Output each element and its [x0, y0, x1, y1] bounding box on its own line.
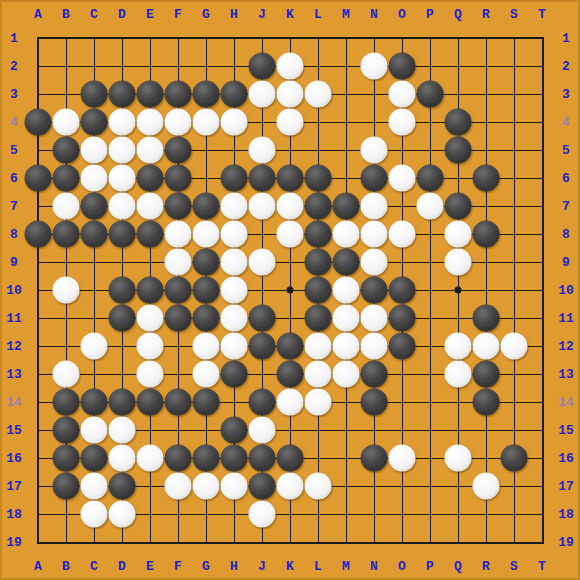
black-stone-D14 — [109, 389, 136, 416]
row-label-left-5: 5 — [10, 144, 18, 157]
black-stone-K12 — [277, 333, 304, 360]
col-label-top-C: C — [90, 8, 98, 21]
white-stone-Q12 — [445, 333, 472, 360]
white-stone-J7 — [249, 193, 276, 220]
black-stone-O2 — [389, 53, 416, 80]
black-stone-C16 — [81, 445, 108, 472]
row-label-left-15: 15 — [6, 424, 22, 437]
col-label-top-S: S — [510, 8, 518, 21]
white-stone-D16 — [109, 445, 136, 472]
row-label-left-18: 18 — [6, 508, 22, 521]
white-stone-H8 — [221, 221, 248, 248]
black-stone-D10 — [109, 277, 136, 304]
white-stone-O16 — [389, 445, 416, 472]
white-stone-E11 — [137, 305, 164, 332]
row-label-left-17: 17 — [6, 480, 22, 493]
white-stone-J18 — [249, 501, 276, 528]
black-stone-Q4 — [445, 109, 472, 136]
black-stone-M7 — [333, 193, 360, 220]
white-stone-R12 — [473, 333, 500, 360]
black-stone-D3 — [109, 81, 136, 108]
col-label-top-K: K — [286, 8, 294, 21]
black-stone-B17 — [53, 473, 80, 500]
black-stone-O11 — [389, 305, 416, 332]
black-stone-Q7 — [445, 193, 472, 220]
white-stone-H9 — [221, 249, 248, 276]
black-stone-A6 — [25, 165, 52, 192]
black-stone-G10 — [193, 277, 220, 304]
white-stone-E7 — [137, 193, 164, 220]
col-label-bottom-E: E — [146, 560, 154, 573]
black-stone-M9 — [333, 249, 360, 276]
white-stone-J3 — [249, 81, 276, 108]
white-stone-Q8 — [445, 221, 472, 248]
row-label-left-12: 12 — [6, 340, 22, 353]
black-stone-A8 — [25, 221, 52, 248]
black-stone-C4 — [81, 109, 108, 136]
white-stone-G12 — [193, 333, 220, 360]
row-label-right-7: 7 — [562, 200, 570, 213]
white-stone-M8 — [333, 221, 360, 248]
row-label-left-1: 1 — [10, 32, 18, 45]
black-stone-J12 — [249, 333, 276, 360]
star-point-K10 — [287, 287, 294, 294]
row-label-left-19: 19 — [6, 536, 22, 549]
black-stone-L6 — [305, 165, 332, 192]
white-stone-K14 — [277, 389, 304, 416]
row-label-right-4: 4 — [562, 116, 570, 129]
white-stone-H7 — [221, 193, 248, 220]
row-label-right-5: 5 — [562, 144, 570, 157]
row-label-left-7: 7 — [10, 200, 18, 213]
col-label-top-M: M — [342, 8, 350, 21]
black-stone-J14 — [249, 389, 276, 416]
col-label-bottom-G: G — [202, 560, 210, 573]
black-stone-H6 — [221, 165, 248, 192]
white-stone-N2 — [361, 53, 388, 80]
black-stone-F16 — [165, 445, 192, 472]
col-label-top-B: B — [62, 8, 70, 21]
white-stone-Q16 — [445, 445, 472, 472]
black-stone-N10 — [361, 277, 388, 304]
white-stone-S12 — [501, 333, 528, 360]
white-stone-M12 — [333, 333, 360, 360]
black-stone-C14 — [81, 389, 108, 416]
white-stone-O8 — [389, 221, 416, 248]
black-stone-E3 — [137, 81, 164, 108]
col-label-top-F: F — [174, 8, 182, 21]
black-stone-R8 — [473, 221, 500, 248]
black-stone-H3 — [221, 81, 248, 108]
black-stone-B15 — [53, 417, 80, 444]
black-stone-J2 — [249, 53, 276, 80]
white-stone-D18 — [109, 501, 136, 528]
black-stone-N6 — [361, 165, 388, 192]
col-label-bottom-O: O — [398, 560, 406, 573]
white-stone-B7 — [53, 193, 80, 220]
white-stone-H12 — [221, 333, 248, 360]
col-label-top-P: P — [426, 8, 434, 21]
white-stone-L3 — [305, 81, 332, 108]
col-label-bottom-L: L — [314, 560, 322, 573]
white-stone-C18 — [81, 501, 108, 528]
white-stone-D15 — [109, 417, 136, 444]
black-stone-J17 — [249, 473, 276, 500]
black-stone-L11 — [305, 305, 332, 332]
white-stone-B10 — [53, 277, 80, 304]
col-label-bottom-B: B — [62, 560, 70, 573]
row-label-left-14: 14 — [6, 396, 22, 409]
black-stone-K6 — [277, 165, 304, 192]
black-stone-O10 — [389, 277, 416, 304]
black-stone-R13 — [473, 361, 500, 388]
black-stone-Q5 — [445, 137, 472, 164]
white-stone-H4 — [221, 109, 248, 136]
black-stone-N16 — [361, 445, 388, 472]
black-stone-F5 — [165, 137, 192, 164]
black-stone-N14 — [361, 389, 388, 416]
black-stone-R14 — [473, 389, 500, 416]
row-label-left-13: 13 — [6, 368, 22, 381]
white-stone-D4 — [109, 109, 136, 136]
white-stone-H10 — [221, 277, 248, 304]
black-stone-F3 — [165, 81, 192, 108]
white-stone-C15 — [81, 417, 108, 444]
black-stone-H15 — [221, 417, 248, 444]
col-label-top-E: E — [146, 8, 154, 21]
white-stone-E13 — [137, 361, 164, 388]
black-stone-J16 — [249, 445, 276, 472]
row-label-left-3: 3 — [10, 88, 18, 101]
black-stone-P6 — [417, 165, 444, 192]
black-stone-J6 — [249, 165, 276, 192]
col-label-top-R: R — [482, 8, 490, 21]
col-label-bottom-Q: Q — [454, 560, 462, 573]
col-label-bottom-F: F — [174, 560, 182, 573]
col-label-bottom-N: N — [370, 560, 378, 573]
white-stone-J15 — [249, 417, 276, 444]
black-stone-J11 — [249, 305, 276, 332]
white-stone-N9 — [361, 249, 388, 276]
row-label-right-6: 6 — [562, 172, 570, 185]
black-stone-C8 — [81, 221, 108, 248]
white-stone-B4 — [53, 109, 80, 136]
col-label-bottom-K: K — [286, 560, 294, 573]
white-stone-C5 — [81, 137, 108, 164]
black-stone-B16 — [53, 445, 80, 472]
black-stone-P3 — [417, 81, 444, 108]
row-label-right-12: 12 — [558, 340, 574, 353]
row-label-right-11: 11 — [558, 312, 574, 325]
white-stone-M13 — [333, 361, 360, 388]
row-label-right-3: 3 — [562, 88, 570, 101]
white-stone-M11 — [333, 305, 360, 332]
row-label-right-10: 10 — [558, 284, 574, 297]
black-stone-D17 — [109, 473, 136, 500]
col-label-top-T: T — [538, 8, 546, 21]
black-stone-B8 — [53, 221, 80, 248]
row-label-left-10: 10 — [6, 284, 22, 297]
row-label-left-8: 8 — [10, 228, 18, 241]
white-stone-O4 — [389, 109, 416, 136]
black-stone-O12 — [389, 333, 416, 360]
white-stone-E16 — [137, 445, 164, 472]
black-stone-G14 — [193, 389, 220, 416]
row-label-right-13: 13 — [558, 368, 574, 381]
col-label-bottom-H: H — [230, 560, 238, 573]
white-stone-F17 — [165, 473, 192, 500]
row-label-right-19: 19 — [558, 536, 574, 549]
black-stone-D8 — [109, 221, 136, 248]
white-stone-R17 — [473, 473, 500, 500]
white-stone-D5 — [109, 137, 136, 164]
white-stone-N8 — [361, 221, 388, 248]
white-stone-Q9 — [445, 249, 472, 276]
black-stone-F7 — [165, 193, 192, 220]
white-stone-M10 — [333, 277, 360, 304]
black-stone-N13 — [361, 361, 388, 388]
white-stone-P7 — [417, 193, 444, 220]
col-label-bottom-R: R — [482, 560, 490, 573]
white-stone-B13 — [53, 361, 80, 388]
black-stone-G9 — [193, 249, 220, 276]
white-stone-K4 — [277, 109, 304, 136]
black-stone-A4 — [25, 109, 52, 136]
black-stone-B14 — [53, 389, 80, 416]
white-stone-H11 — [221, 305, 248, 332]
white-stone-N11 — [361, 305, 388, 332]
col-label-bottom-A: A — [34, 560, 42, 573]
row-label-right-15: 15 — [558, 424, 574, 437]
col-label-top-G: G — [202, 8, 210, 21]
black-stone-L7 — [305, 193, 332, 220]
row-label-right-14: 14 — [558, 396, 574, 409]
white-stone-L17 — [305, 473, 332, 500]
row-label-right-8: 8 — [562, 228, 570, 241]
white-stone-H17 — [221, 473, 248, 500]
row-label-left-6: 6 — [10, 172, 18, 185]
black-stone-F6 — [165, 165, 192, 192]
black-stone-S16 — [501, 445, 528, 472]
black-stone-L8 — [305, 221, 332, 248]
row-label-left-16: 16 — [6, 452, 22, 465]
col-label-top-H: H — [230, 8, 238, 21]
black-stone-H13 — [221, 361, 248, 388]
star-point-Q10 — [455, 287, 462, 294]
col-label-bottom-P: P — [426, 560, 434, 573]
row-label-left-4: 4 — [10, 116, 18, 129]
white-stone-O6 — [389, 165, 416, 192]
black-stone-G3 — [193, 81, 220, 108]
white-stone-F8 — [165, 221, 192, 248]
white-stone-E5 — [137, 137, 164, 164]
col-label-top-L: L — [314, 8, 322, 21]
black-stone-E6 — [137, 165, 164, 192]
row-label-right-18: 18 — [558, 508, 574, 521]
black-stone-F14 — [165, 389, 192, 416]
black-stone-E14 — [137, 389, 164, 416]
black-stone-R6 — [473, 165, 500, 192]
white-stone-C17 — [81, 473, 108, 500]
black-stone-G16 — [193, 445, 220, 472]
white-stone-G13 — [193, 361, 220, 388]
black-stone-F10 — [165, 277, 192, 304]
black-stone-B5 — [53, 137, 80, 164]
col-label-top-D: D — [118, 8, 126, 21]
white-stone-J5 — [249, 137, 276, 164]
black-stone-L9 — [305, 249, 332, 276]
black-stone-K16 — [277, 445, 304, 472]
row-label-right-2: 2 — [562, 60, 570, 73]
white-stone-N7 — [361, 193, 388, 220]
go-board[interactable]: AABBCCDDEEFFGGHHJJKKLLMMNNOOPPQQRRSSTT11… — [0, 0, 580, 580]
row-label-right-9: 9 — [562, 256, 570, 269]
col-label-bottom-T: T — [538, 560, 546, 573]
white-stone-L13 — [305, 361, 332, 388]
black-stone-L10 — [305, 277, 332, 304]
row-label-left-11: 11 — [6, 312, 22, 325]
col-label-bottom-D: D — [118, 560, 126, 573]
white-stone-L12 — [305, 333, 332, 360]
col-label-top-A: A — [34, 8, 42, 21]
row-label-right-16: 16 — [558, 452, 574, 465]
white-stone-G17 — [193, 473, 220, 500]
white-stone-O3 — [389, 81, 416, 108]
col-label-top-N: N — [370, 8, 378, 21]
row-label-right-1: 1 — [562, 32, 570, 45]
white-stone-K7 — [277, 193, 304, 220]
white-stone-F4 — [165, 109, 192, 136]
col-label-bottom-C: C — [90, 560, 98, 573]
row-label-right-17: 17 — [558, 480, 574, 493]
white-stone-Q13 — [445, 361, 472, 388]
white-stone-J9 — [249, 249, 276, 276]
black-stone-E10 — [137, 277, 164, 304]
col-label-top-Q: Q — [454, 8, 462, 21]
black-stone-C7 — [81, 193, 108, 220]
white-stone-D7 — [109, 193, 136, 220]
black-stone-H16 — [221, 445, 248, 472]
col-label-bottom-J: J — [258, 560, 266, 573]
white-stone-N5 — [361, 137, 388, 164]
white-stone-K8 — [277, 221, 304, 248]
white-stone-K17 — [277, 473, 304, 500]
white-stone-C6 — [81, 165, 108, 192]
white-stone-C12 — [81, 333, 108, 360]
row-label-left-2: 2 — [10, 60, 18, 73]
black-stone-K13 — [277, 361, 304, 388]
col-label-bottom-S: S — [510, 560, 518, 573]
white-stone-E4 — [137, 109, 164, 136]
black-stone-C3 — [81, 81, 108, 108]
black-stone-R11 — [473, 305, 500, 332]
black-stone-D11 — [109, 305, 136, 332]
white-stone-G8 — [193, 221, 220, 248]
black-stone-E8 — [137, 221, 164, 248]
white-stone-L14 — [305, 389, 332, 416]
white-stone-K2 — [277, 53, 304, 80]
white-stone-D6 — [109, 165, 136, 192]
col-label-top-O: O — [398, 8, 406, 21]
white-stone-F9 — [165, 249, 192, 276]
black-stone-F11 — [165, 305, 192, 332]
white-stone-N12 — [361, 333, 388, 360]
white-stone-G4 — [193, 109, 220, 136]
black-stone-G11 — [193, 305, 220, 332]
black-stone-B6 — [53, 165, 80, 192]
row-label-left-9: 9 — [10, 256, 18, 269]
col-label-top-J: J — [258, 8, 266, 21]
black-stone-G7 — [193, 193, 220, 220]
white-stone-E12 — [137, 333, 164, 360]
white-stone-K3 — [277, 81, 304, 108]
col-label-bottom-M: M — [342, 560, 350, 573]
